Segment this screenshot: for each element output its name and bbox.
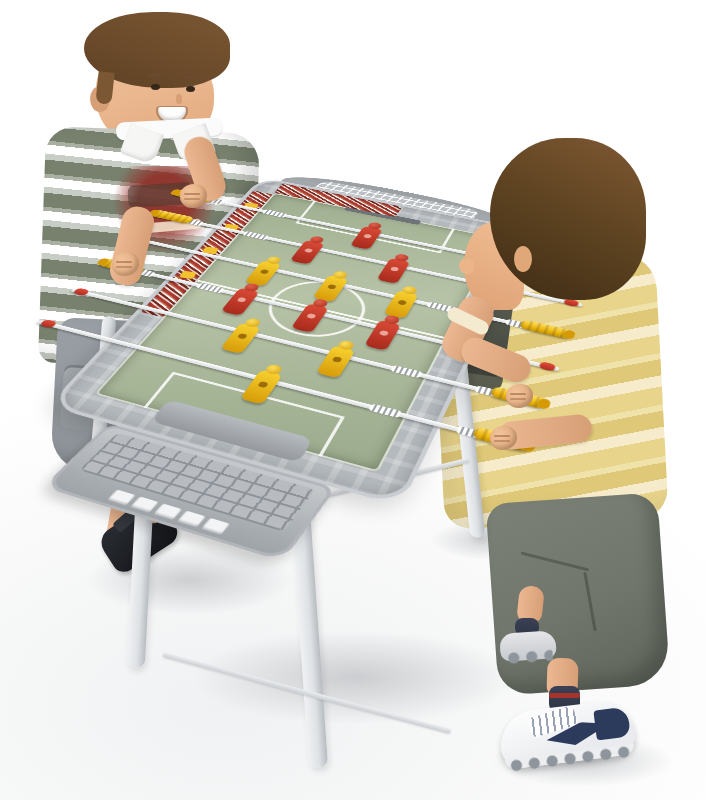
right-boy-shorts [486,492,671,696]
left-boy-eye [186,86,195,92]
rod-figures [135,345,408,418]
sneaker-heel-patch [593,706,630,740]
right-boy-near-sneaker [497,698,637,770]
right-boy-nose [459,258,474,274]
score-tab [107,489,135,505]
foosman-red [221,287,260,316]
foosman-red [291,303,329,333]
foosman-red [350,226,383,250]
score-tab [154,503,182,519]
left-boy-nose [176,94,182,104]
foosman-yellow [315,345,355,378]
foosman-red [364,319,401,350]
crowd-sticker-letter [179,271,197,279]
right-boy-far-sneaker [499,630,557,662]
score-tab [201,518,230,535]
score-tab [177,511,206,528]
foosman-red [290,240,325,265]
left-boy-eye [151,84,160,90]
foosman-yellow [240,369,283,404]
foosman-red [376,257,410,283]
score-tab [130,496,158,512]
foosman-yellow [383,290,418,319]
scene [0,0,706,800]
right-boy-ear [514,246,532,272]
foosman-yellow [221,323,262,355]
